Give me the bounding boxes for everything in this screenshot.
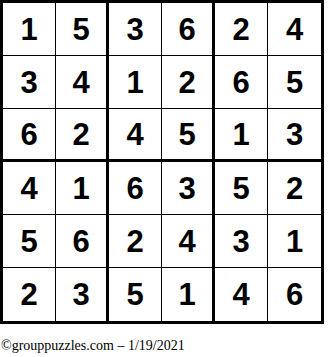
sudoku-cell-r6c4[interactable]: 1 — [162, 268, 215, 321]
sudoku-cell-r6c6[interactable]: 6 — [268, 268, 321, 321]
sudoku-cell-r2c1[interactable]: 3 — [3, 56, 56, 109]
sudoku-cell-r2c5[interactable]: 6 — [215, 56, 268, 109]
sudoku-cell-r1c5[interactable]: 2 — [215, 3, 268, 56]
sudoku-cell-r6c3[interactable]: 5 — [109, 268, 162, 321]
sudoku-cell-r4c5[interactable]: 5 — [215, 162, 268, 215]
sudoku-cell-r2c4[interactable]: 2 — [162, 56, 215, 109]
sudoku-cell-r4c1[interactable]: 4 — [3, 162, 56, 215]
sudoku-cell-r5c1[interactable]: 5 — [3, 215, 56, 268]
sudoku-cell-r6c1[interactable]: 2 — [3, 268, 56, 321]
sudoku-cell-r5c2[interactable]: 6 — [56, 215, 109, 268]
sudoku-cell-r4c6[interactable]: 2 — [268, 162, 321, 215]
sudoku-cell-r3c2[interactable]: 2 — [56, 109, 109, 162]
sudoku-cell-r3c3[interactable]: 4 — [109, 109, 162, 162]
sudoku-cell-r3c4[interactable]: 5 — [162, 109, 215, 162]
sudoku-cell-r1c4[interactable]: 6 — [162, 3, 215, 56]
sudoku-cell-r2c2[interactable]: 4 — [56, 56, 109, 109]
sudoku-cell-r5c5[interactable]: 3 — [215, 215, 268, 268]
sudoku-cell-r5c3[interactable]: 2 — [109, 215, 162, 268]
sudoku-board: 153624341265624513416352562431235146 — [0, 0, 324, 324]
sudoku-cell-r5c6[interactable]: 1 — [268, 215, 321, 268]
sudoku-cell-r2c6[interactable]: 5 — [268, 56, 321, 109]
sudoku-cell-r4c2[interactable]: 1 — [56, 162, 109, 215]
sudoku-cell-r1c3[interactable]: 3 — [109, 3, 162, 56]
sudoku-cell-r3c6[interactable]: 3 — [268, 109, 321, 162]
sudoku-cell-r1c2[interactable]: 5 — [56, 3, 109, 56]
sudoku-cell-r4c4[interactable]: 3 — [162, 162, 215, 215]
sudoku-cell-r6c5[interactable]: 4 — [215, 268, 268, 321]
sudoku-cell-r1c6[interactable]: 4 — [268, 3, 321, 56]
copyright-footer: ©grouppuzzles.com – 1/19/2021 — [1, 338, 185, 354]
sudoku-cell-r1c1[interactable]: 1 — [3, 3, 56, 56]
sudoku-cell-r3c1[interactable]: 6 — [3, 109, 56, 162]
sudoku-cell-r5c4[interactable]: 4 — [162, 215, 215, 268]
sudoku-cell-r3c5[interactable]: 1 — [215, 109, 268, 162]
sudoku-cell-r2c3[interactable]: 1 — [109, 56, 162, 109]
sudoku-cell-r4c3[interactable]: 6 — [109, 162, 162, 215]
sudoku-grid: 153624341265624513416352562431235146 — [0, 0, 324, 324]
sudoku-cell-r6c2[interactable]: 3 — [56, 268, 109, 321]
